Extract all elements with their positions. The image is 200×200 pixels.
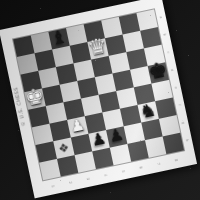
white-queen-e7: ♛ — [87, 36, 108, 57]
right-mark-5: e — [171, 84, 183, 91]
right-mark-6: f — [175, 102, 187, 109]
right-mark-3: c — [163, 49, 175, 56]
black-pawn-e2: ♟ — [106, 124, 127, 145]
right-mark-2: b — [160, 31, 172, 38]
bottom-mark-5: 5 — [119, 165, 129, 178]
right-mark-4: d — [167, 66, 179, 73]
bottom-mark-4: 4 — [101, 168, 111, 181]
photo-dust-specks — [0, 0, 1, 1]
square-g3: ♞ — [138, 101, 159, 122]
black-king-h5: ♚ — [147, 60, 168, 81]
square-e7: ♛ — [87, 38, 108, 59]
bottom-mark-2: 2 — [66, 176, 76, 189]
black-knight-g3: ♞ — [137, 99, 158, 120]
right-mark-1: a — [156, 14, 168, 21]
bottom-mark-6: 6 — [137, 161, 147, 174]
right-mark-7: g — [178, 119, 190, 126]
black-bishop-c8: ♝ — [48, 26, 69, 47]
bottom-mark-1: 1 — [49, 180, 59, 193]
white-king-a5: ♚ — [24, 87, 45, 108]
chess-board-grid: ♝♛♚♚♟♞❖♟♟ — [13, 9, 184, 180]
bottom-mark-3: 3 — [84, 172, 94, 185]
chess-board-sheet: ♝♛♚♚♟♞❖♟♟ 12345678 abcdefgh © U.S. CHESS — [0, 0, 197, 198]
bottom-mark-8: 8 — [172, 153, 182, 166]
white-pawn-c3: ♟ — [67, 114, 88, 135]
square-a5: ♚ — [24, 88, 45, 109]
square-c8: ♝ — [48, 28, 69, 49]
photo-scene: ♝♛♚♚♟♞❖♟♟ 12345678 abcdefgh © U.S. CHESS — [0, 0, 200, 200]
square-h5: ♚ — [148, 62, 169, 83]
right-mark-8: h — [182, 137, 194, 144]
square-h1 — [163, 133, 184, 154]
bottom-mark-7: 7 — [154, 157, 164, 170]
